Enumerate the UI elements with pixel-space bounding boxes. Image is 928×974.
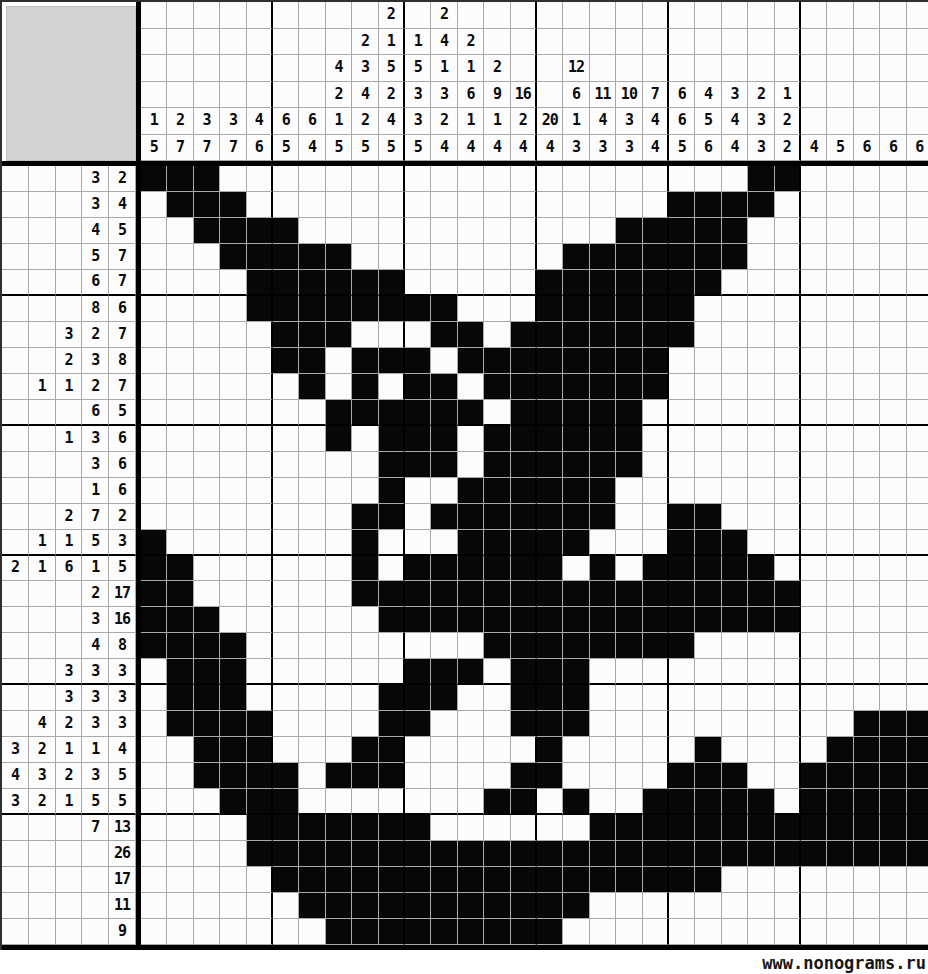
grid-cell[interactable] (484, 556, 510, 582)
grid-cell[interactable] (722, 789, 748, 815)
grid-cell[interactable] (907, 815, 928, 841)
grid-cell[interactable] (695, 192, 721, 218)
grid-cell[interactable] (194, 530, 220, 556)
grid-cell[interactable] (167, 685, 193, 711)
grid-cell[interactable] (484, 374, 510, 400)
grid-cell[interactable] (379, 244, 405, 270)
grid-cell[interactable] (748, 841, 774, 867)
grid-cell[interactable] (458, 919, 484, 945)
grid-cell[interactable] (141, 789, 167, 815)
grid-cell[interactable] (880, 919, 906, 945)
grid-cell[interactable] (167, 166, 193, 192)
grid-cell[interactable] (141, 426, 167, 452)
grid-cell[interactable] (854, 841, 880, 867)
grid-cell[interactable] (167, 400, 193, 426)
grid-cell[interactable] (379, 893, 405, 919)
grid-cell[interactable] (590, 452, 616, 478)
grid-cell[interactable] (827, 270, 853, 296)
grid-cell[interactable] (643, 867, 669, 893)
grid-cell[interactable] (880, 789, 906, 815)
grid-cell[interactable] (220, 270, 246, 296)
grid-cell[interactable] (880, 607, 906, 633)
grid-cell[interactable] (220, 452, 246, 478)
grid-cell[interactable] (643, 218, 669, 244)
grid-cell[interactable] (854, 919, 880, 945)
grid-cell[interactable] (511, 581, 537, 607)
grid-cell[interactable] (880, 841, 906, 867)
grid-cell[interactable] (695, 893, 721, 919)
grid-cell[interactable] (643, 633, 669, 659)
grid-cell[interactable] (431, 893, 457, 919)
grid-cell[interactable] (801, 400, 827, 426)
grid-cell[interactable] (616, 374, 642, 400)
grid-cell[interactable] (167, 374, 193, 400)
grid-cell[interactable] (590, 426, 616, 452)
grid-cell[interactable] (299, 789, 325, 815)
grid-cell[interactable] (247, 607, 273, 633)
grid-cell[interactable] (299, 530, 325, 556)
grid-cell[interactable] (352, 711, 378, 737)
grid-cell[interactable] (722, 659, 748, 685)
grid-cell[interactable] (775, 556, 801, 582)
grid-cell[interactable] (801, 893, 827, 919)
grid-cell[interactable] (511, 244, 537, 270)
grid-cell[interactable] (194, 556, 220, 582)
grid-cell[interactable] (801, 711, 827, 737)
grid-cell[interactable] (669, 192, 695, 218)
grid-cell[interactable] (220, 659, 246, 685)
grid-cell[interactable] (590, 919, 616, 945)
grid-cell[interactable] (880, 815, 906, 841)
grid-cell[interactable] (247, 270, 273, 296)
grid-cell[interactable] (405, 841, 431, 867)
grid-cell[interactable] (537, 815, 563, 841)
grid-cell[interactable] (907, 633, 928, 659)
grid-cell[interactable] (907, 763, 928, 789)
grid-cell[interactable] (801, 296, 827, 322)
grid-cell[interactable] (722, 815, 748, 841)
grid-cell[interactable] (722, 218, 748, 244)
grid-cell[interactable] (484, 478, 510, 504)
grid-cell[interactable] (563, 841, 589, 867)
grid-cell[interactable] (326, 711, 352, 737)
grid-cell[interactable] (220, 244, 246, 270)
grid-cell[interactable] (511, 192, 537, 218)
grid-cell[interactable] (907, 426, 928, 452)
grid-cell[interactable] (748, 556, 774, 582)
grid-cell[interactable] (748, 400, 774, 426)
grid-cell[interactable] (695, 478, 721, 504)
grid-cell[interactable] (194, 374, 220, 400)
grid-cell[interactable] (695, 789, 721, 815)
grid-cell[interactable] (220, 581, 246, 607)
grid-cell[interactable] (775, 737, 801, 763)
grid-cell[interactable] (194, 192, 220, 218)
grid-cell[interactable] (616, 763, 642, 789)
grid-cell[interactable] (748, 763, 774, 789)
grid-cell[interactable] (695, 218, 721, 244)
grid-cell[interactable] (643, 893, 669, 919)
grid-cell[interactable] (748, 789, 774, 815)
grid-cell[interactable] (511, 815, 537, 841)
grid-cell[interactable] (511, 789, 537, 815)
grid-cell[interactable] (247, 166, 273, 192)
grid-cell[interactable] (141, 556, 167, 582)
grid-cell[interactable] (431, 685, 457, 711)
grid-cell[interactable] (775, 893, 801, 919)
grid-cell[interactable] (695, 426, 721, 452)
grid-cell[interactable] (405, 192, 431, 218)
grid-cell[interactable] (273, 530, 299, 556)
grid-cell[interactable] (643, 192, 669, 218)
grid-cell[interactable] (537, 244, 563, 270)
grid-cell[interactable] (458, 737, 484, 763)
grid-cell[interactable] (326, 737, 352, 763)
grid-cell[interactable] (775, 633, 801, 659)
grid-cell[interactable] (141, 348, 167, 374)
grid-cell[interactable] (854, 685, 880, 711)
grid-cell[interactable] (827, 867, 853, 893)
grid-cell[interactable] (141, 530, 167, 556)
grid-cell[interactable] (695, 504, 721, 530)
grid-cell[interactable] (880, 296, 906, 322)
grid-cell[interactable] (247, 737, 273, 763)
grid-cell[interactable] (801, 556, 827, 582)
grid-cell[interactable] (669, 867, 695, 893)
grid-cell[interactable] (484, 270, 510, 296)
grid-cell[interactable] (801, 737, 827, 763)
grid-cell[interactable] (775, 244, 801, 270)
grid-cell[interactable] (563, 659, 589, 685)
grid-cell[interactable] (431, 789, 457, 815)
grid-cell[interactable] (247, 581, 273, 607)
grid-cell[interactable] (326, 400, 352, 426)
grid-cell[interactable] (405, 426, 431, 452)
grid-cell[interactable] (167, 192, 193, 218)
grid-cell[interactable] (801, 685, 827, 711)
grid-cell[interactable] (854, 192, 880, 218)
grid-cell[interactable] (273, 867, 299, 893)
grid-cell[interactable] (695, 322, 721, 348)
grid-cell[interactable] (405, 659, 431, 685)
grid-cell[interactable] (695, 296, 721, 322)
grid-cell[interactable] (616, 322, 642, 348)
grid-cell[interactable] (616, 244, 642, 270)
grid-cell[interactable] (379, 400, 405, 426)
grid-cell[interactable] (827, 452, 853, 478)
grid-cell[interactable] (352, 789, 378, 815)
grid-cell[interactable] (643, 270, 669, 296)
grid-cell[interactable] (273, 270, 299, 296)
grid-cell[interactable] (379, 789, 405, 815)
grid-cell[interactable] (643, 530, 669, 556)
grid-cell[interactable] (775, 400, 801, 426)
grid-cell[interactable] (537, 452, 563, 478)
grid-cell[interactable] (801, 659, 827, 685)
grid-cell[interactable] (801, 244, 827, 270)
grid-cell[interactable] (722, 400, 748, 426)
grid-cell[interactable] (326, 556, 352, 582)
grid-cell[interactable] (379, 607, 405, 633)
grid-cell[interactable] (669, 296, 695, 322)
grid-cell[interactable] (484, 685, 510, 711)
grid-cell[interactable] (748, 530, 774, 556)
grid-cell[interactable] (326, 530, 352, 556)
grid-cell[interactable] (722, 893, 748, 919)
grid-cell[interactable] (669, 504, 695, 530)
grid-cell[interactable] (590, 815, 616, 841)
grid-cell[interactable] (194, 452, 220, 478)
grid-cell[interactable] (247, 867, 273, 893)
grid-cell[interactable] (695, 166, 721, 192)
grid-cell[interactable] (247, 789, 273, 815)
grid-cell[interactable] (827, 426, 853, 452)
grid-cell[interactable] (247, 218, 273, 244)
grid-cell[interactable] (141, 581, 167, 607)
grid-cell[interactable] (695, 867, 721, 893)
grid-cell[interactable] (379, 166, 405, 192)
grid-cell[interactable] (431, 659, 457, 685)
grid-cell[interactable] (352, 919, 378, 945)
grid-cell[interactable] (458, 400, 484, 426)
grid-cell[interactable] (352, 348, 378, 374)
grid-cell[interactable] (273, 374, 299, 400)
grid-cell[interactable] (458, 504, 484, 530)
grid-cell[interactable] (484, 530, 510, 556)
grid-cell[interactable] (563, 685, 589, 711)
grid-cell[interactable] (484, 581, 510, 607)
grid-cell[interactable] (722, 166, 748, 192)
grid-cell[interactable] (299, 192, 325, 218)
grid-cell[interactable] (141, 893, 167, 919)
grid-cell[interactable] (273, 348, 299, 374)
grid-cell[interactable] (299, 452, 325, 478)
grid-cell[interactable] (590, 530, 616, 556)
grid-cell[interactable] (563, 607, 589, 633)
grid-cell[interactable] (141, 659, 167, 685)
grid-cell[interactable] (590, 581, 616, 607)
grid-cell[interactable] (220, 789, 246, 815)
grid-cell[interactable] (405, 270, 431, 296)
grid-cell[interactable] (907, 867, 928, 893)
grid-cell[interactable] (352, 296, 378, 322)
grid-cell[interactable] (880, 711, 906, 737)
grid-cell[interactable] (907, 296, 928, 322)
grid-cell[interactable] (854, 400, 880, 426)
grid-cell[interactable] (405, 530, 431, 556)
grid-cell[interactable] (247, 841, 273, 867)
grid-cell[interactable] (273, 244, 299, 270)
grid-cell[interactable] (537, 893, 563, 919)
grid-cell[interactable] (827, 711, 853, 737)
grid-cell[interactable] (220, 633, 246, 659)
grid-cell[interactable] (326, 374, 352, 400)
grid-cell[interactable] (669, 581, 695, 607)
grid-cell[interactable] (141, 244, 167, 270)
grid-cell[interactable] (326, 478, 352, 504)
grid-cell[interactable] (854, 763, 880, 789)
grid-cell[interactable] (484, 867, 510, 893)
grid-cell[interactable] (775, 763, 801, 789)
grid-cell[interactable] (458, 685, 484, 711)
grid-cell[interactable] (379, 867, 405, 893)
grid-cell[interactable] (827, 685, 853, 711)
grid-cell[interactable] (405, 348, 431, 374)
grid-cell[interactable] (379, 815, 405, 841)
grid-cell[interactable] (669, 244, 695, 270)
grid-cell[interactable] (616, 737, 642, 763)
grid-cell[interactable] (801, 374, 827, 400)
grid-cell[interactable] (801, 789, 827, 815)
grid-cell[interactable] (563, 218, 589, 244)
grid-cell[interactable] (352, 763, 378, 789)
grid-cell[interactable] (722, 685, 748, 711)
grid-cell[interactable] (643, 348, 669, 374)
grid-cell[interactable] (669, 893, 695, 919)
grid-cell[interactable] (352, 478, 378, 504)
grid-cell[interactable] (563, 426, 589, 452)
grid-cell[interactable] (801, 348, 827, 374)
grid-cell[interactable] (590, 841, 616, 867)
grid-cell[interactable] (405, 789, 431, 815)
grid-cell[interactable] (537, 166, 563, 192)
grid-cell[interactable] (511, 893, 537, 919)
grid-cell[interactable] (907, 452, 928, 478)
grid-cell[interactable] (194, 218, 220, 244)
grid-cell[interactable] (273, 556, 299, 582)
grid-cell[interactable] (220, 919, 246, 945)
grid-cell[interactable] (141, 166, 167, 192)
grid-cell[interactable] (352, 426, 378, 452)
grid-cell[interactable] (695, 452, 721, 478)
grid-cell[interactable] (563, 296, 589, 322)
grid-cell[interactable] (141, 478, 167, 504)
grid-cell[interactable] (247, 633, 273, 659)
grid-cell[interactable] (695, 685, 721, 711)
grid-cell[interactable] (326, 659, 352, 685)
grid-cell[interactable] (669, 166, 695, 192)
grid-cell[interactable] (326, 685, 352, 711)
grid-cell[interactable] (590, 763, 616, 789)
grid-cell[interactable] (379, 270, 405, 296)
grid-cell[interactable] (748, 270, 774, 296)
grid-cell[interactable] (827, 556, 853, 582)
grid-cell[interactable] (299, 296, 325, 322)
grid-cell[interactable] (511, 452, 537, 478)
grid-cell[interactable] (405, 685, 431, 711)
grid-cell[interactable] (167, 270, 193, 296)
grid-cell[interactable] (669, 270, 695, 296)
grid-cell[interactable] (352, 893, 378, 919)
grid-cell[interactable] (563, 348, 589, 374)
grid-cell[interactable] (167, 711, 193, 737)
grid-cell[interactable] (299, 348, 325, 374)
grid-cell[interactable] (220, 737, 246, 763)
grid-cell[interactable] (484, 426, 510, 452)
grid-cell[interactable] (827, 374, 853, 400)
grid-cell[interactable] (669, 633, 695, 659)
grid-cell[interactable] (907, 556, 928, 582)
grid-cell[interactable] (537, 919, 563, 945)
grid-cell[interactable] (643, 919, 669, 945)
grid-cell[interactable] (299, 893, 325, 919)
grid-cell[interactable] (194, 841, 220, 867)
grid-cell[interactable] (273, 296, 299, 322)
grid-cell[interactable] (669, 478, 695, 504)
grid-cell[interactable] (167, 504, 193, 530)
grid-cell[interactable] (220, 504, 246, 530)
grid-cell[interactable] (247, 530, 273, 556)
grid-cell[interactable] (484, 737, 510, 763)
grid-cell[interactable] (669, 556, 695, 582)
grid-cell[interactable] (273, 400, 299, 426)
grid-cell[interactable] (616, 815, 642, 841)
grid-cell[interactable] (458, 218, 484, 244)
grid-cell[interactable] (247, 893, 273, 919)
grid-cell[interactable] (484, 711, 510, 737)
grid-cell[interactable] (511, 763, 537, 789)
grid-cell[interactable] (458, 867, 484, 893)
grid-cell[interactable] (167, 893, 193, 919)
grid-cell[interactable] (907, 659, 928, 685)
grid-cell[interactable] (907, 478, 928, 504)
grid-cell[interactable] (431, 478, 457, 504)
grid-cell[interactable] (748, 685, 774, 711)
grid-cell[interactable] (590, 192, 616, 218)
grid-cell[interactable] (722, 452, 748, 478)
grid-cell[interactable] (379, 478, 405, 504)
grid-cell[interactable] (722, 244, 748, 270)
grid-cell[interactable] (247, 400, 273, 426)
grid-cell[interactable] (563, 322, 589, 348)
grid-cell[interactable] (299, 581, 325, 607)
grid-cell[interactable] (431, 322, 457, 348)
grid-cell[interactable] (537, 867, 563, 893)
grid-cell[interactable] (590, 893, 616, 919)
grid-cell[interactable] (775, 348, 801, 374)
grid-cell[interactable] (167, 452, 193, 478)
grid-cell[interactable] (748, 218, 774, 244)
grid-cell[interactable] (484, 400, 510, 426)
grid-cell[interactable] (537, 607, 563, 633)
grid-cell[interactable] (167, 530, 193, 556)
grid-cell[interactable] (907, 530, 928, 556)
grid-cell[interactable] (616, 478, 642, 504)
grid-cell[interactable] (247, 374, 273, 400)
grid-cell[interactable] (379, 711, 405, 737)
grid-cell[interactable] (273, 218, 299, 244)
grid-cell[interactable] (431, 348, 457, 374)
grid-cell[interactable] (326, 244, 352, 270)
grid-cell[interactable] (695, 556, 721, 582)
grid-cell[interactable] (801, 270, 827, 296)
grid-cell[interactable] (880, 192, 906, 218)
grid-cell[interactable] (801, 607, 827, 633)
grid-cell[interactable] (141, 607, 167, 633)
grid-cell[interactable] (141, 322, 167, 348)
grid-cell[interactable] (722, 478, 748, 504)
grid-cell[interactable] (907, 270, 928, 296)
grid-cell[interactable] (299, 919, 325, 945)
grid-cell[interactable] (273, 919, 299, 945)
grid-cell[interactable] (563, 789, 589, 815)
grid-cell[interactable] (643, 763, 669, 789)
grid-cell[interactable] (854, 478, 880, 504)
grid-cell[interactable] (352, 633, 378, 659)
grid-cell[interactable] (194, 166, 220, 192)
grid-cell[interactable] (616, 192, 642, 218)
grid-cell[interactable] (431, 841, 457, 867)
